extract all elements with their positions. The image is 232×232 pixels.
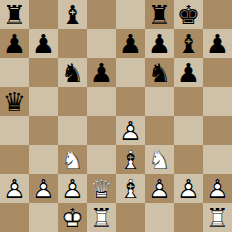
white-knight-outline: ♘	[58, 145, 87, 174]
black-knight[interactable]: ♞	[145, 58, 174, 87]
square-b8[interactable]	[29, 0, 58, 29]
black-knight-glyph: ♞	[58, 58, 87, 87]
black-pawn[interactable]: ♟	[29, 29, 58, 58]
white-pawn[interactable]: ♟♙	[116, 116, 145, 145]
square-f5[interactable]	[145, 87, 174, 116]
square-g8[interactable]: ♚	[174, 0, 203, 29]
square-g1[interactable]	[174, 203, 203, 232]
square-f2[interactable]: ♟♙	[145, 174, 174, 203]
square-g3[interactable]	[174, 145, 203, 174]
square-f4[interactable]	[145, 116, 174, 145]
black-bishop-glyph: ♝	[174, 29, 203, 58]
square-c5[interactable]	[58, 87, 87, 116]
square-c1[interactable]: ♚♔	[58, 203, 87, 232]
square-b3[interactable]	[29, 145, 58, 174]
square-c2[interactable]: ♟♙	[58, 174, 87, 203]
square-f1[interactable]	[145, 203, 174, 232]
square-a2[interactable]: ♟♙	[0, 174, 29, 203]
square-b4[interactable]	[29, 116, 58, 145]
chess-board: ♜♝♜♚♟♟♟♟♝♟♞♟♞♟♛♟♙♞♘♝♗♞♘♟♙♟♙♟♙♛♕♝♗♟♙♟♙♟♙♚…	[0, 0, 232, 232]
square-f7[interactable]: ♟	[145, 29, 174, 58]
square-d8[interactable]	[87, 0, 116, 29]
square-g5[interactable]	[174, 87, 203, 116]
square-d1[interactable]: ♜♖	[87, 203, 116, 232]
white-pawn-outline: ♙	[116, 116, 145, 145]
square-f8[interactable]: ♜	[145, 0, 174, 29]
square-g7[interactable]: ♝	[174, 29, 203, 58]
black-queen[interactable]: ♛	[0, 87, 29, 116]
white-king-outline: ♔	[58, 203, 87, 232]
black-pawn[interactable]: ♟	[145, 29, 174, 58]
white-knight-outline: ♘	[145, 145, 174, 174]
white-pawn[interactable]: ♟♙	[0, 174, 29, 203]
square-e8[interactable]	[116, 0, 145, 29]
white-king[interactable]: ♚♔	[58, 203, 87, 232]
black-pawn-glyph: ♟	[174, 58, 203, 87]
black-rook[interactable]: ♜	[0, 0, 29, 29]
white-bishop-outline: ♗	[116, 145, 145, 174]
black-pawn-glyph: ♟	[29, 29, 58, 58]
square-a7[interactable]: ♟	[0, 29, 29, 58]
square-e4[interactable]: ♟♙	[116, 116, 145, 145]
white-rook-outline: ♖	[203, 203, 232, 232]
square-c3[interactable]: ♞♘	[58, 145, 87, 174]
white-pawn[interactable]: ♟♙	[29, 174, 58, 203]
black-rook-glyph: ♜	[145, 0, 174, 29]
square-g2[interactable]: ♟♙	[174, 174, 203, 203]
square-h3[interactable]	[203, 145, 232, 174]
square-e7[interactable]: ♟	[116, 29, 145, 58]
white-pawn-outline: ♙	[174, 174, 203, 203]
square-h7[interactable]: ♟	[203, 29, 232, 58]
square-c4[interactable]	[58, 116, 87, 145]
white-pawn-outline: ♙	[145, 174, 174, 203]
white-pawn-outline: ♙	[58, 174, 87, 203]
black-queen-glyph: ♛	[0, 87, 29, 116]
square-e5[interactable]	[116, 87, 145, 116]
square-b2[interactable]: ♟♙	[29, 174, 58, 203]
square-b5[interactable]	[29, 87, 58, 116]
square-d2[interactable]: ♛♕	[87, 174, 116, 203]
black-pawn[interactable]: ♟	[116, 29, 145, 58]
white-queen[interactable]: ♛♕	[87, 174, 116, 203]
square-d6[interactable]: ♟	[87, 58, 116, 87]
white-knight[interactable]: ♞♘	[58, 145, 87, 174]
square-h2[interactable]: ♟♙	[203, 174, 232, 203]
white-pawn-outline: ♙	[0, 174, 29, 203]
square-a8[interactable]: ♜	[0, 0, 29, 29]
square-c6[interactable]: ♞	[58, 58, 87, 87]
black-king[interactable]: ♚	[174, 0, 203, 29]
square-b6[interactable]	[29, 58, 58, 87]
square-h4[interactable]	[203, 116, 232, 145]
square-a1[interactable]	[0, 203, 29, 232]
white-rook[interactable]: ♜♖	[87, 203, 116, 232]
square-g4[interactable]	[174, 116, 203, 145]
square-b1[interactable]	[29, 203, 58, 232]
black-bishop[interactable]: ♝	[174, 29, 203, 58]
square-a5[interactable]: ♛	[0, 87, 29, 116]
square-a4[interactable]	[0, 116, 29, 145]
black-pawn-glyph: ♟	[203, 29, 232, 58]
white-pawn[interactable]: ♟♙	[203, 174, 232, 203]
square-e6[interactable]	[116, 58, 145, 87]
white-bishop[interactable]: ♝♗	[116, 174, 145, 203]
square-h8[interactable]	[203, 0, 232, 29]
black-pawn-glyph: ♟	[145, 29, 174, 58]
square-d4[interactable]	[87, 116, 116, 145]
black-knight[interactable]: ♞	[58, 58, 87, 87]
square-c8[interactable]: ♝	[58, 0, 87, 29]
white-bishop-outline: ♗	[116, 174, 145, 203]
square-d5[interactable]	[87, 87, 116, 116]
black-pawn[interactable]: ♟	[87, 58, 116, 87]
black-pawn[interactable]: ♟	[0, 29, 29, 58]
black-pawn-glyph: ♟	[0, 29, 29, 58]
square-e3[interactable]: ♝♗	[116, 145, 145, 174]
white-pawn-outline: ♙	[29, 174, 58, 203]
square-f6[interactable]: ♞	[145, 58, 174, 87]
black-king-glyph: ♚	[174, 0, 203, 29]
black-pawn[interactable]: ♟	[174, 58, 203, 87]
square-h1[interactable]: ♜♖	[203, 203, 232, 232]
square-d7[interactable]	[87, 29, 116, 58]
square-f3[interactable]: ♞♘	[145, 145, 174, 174]
white-pawn[interactable]: ♟♙	[58, 174, 87, 203]
white-knight[interactable]: ♞♘	[145, 145, 174, 174]
black-pawn-glyph: ♟	[116, 29, 145, 58]
white-rook[interactable]: ♜♖	[203, 203, 232, 232]
black-knight-glyph: ♞	[145, 58, 174, 87]
black-pawn-glyph: ♟	[87, 58, 116, 87]
square-h6[interactable]	[203, 58, 232, 87]
square-e1[interactable]	[116, 203, 145, 232]
black-bishop[interactable]: ♝	[58, 0, 87, 29]
black-rook[interactable]: ♜	[145, 0, 174, 29]
black-pawn[interactable]: ♟	[203, 29, 232, 58]
white-pawn[interactable]: ♟♙	[145, 174, 174, 203]
square-a6[interactable]	[0, 58, 29, 87]
white-queen-outline: ♕	[87, 174, 116, 203]
black-rook-glyph: ♜	[0, 0, 29, 29]
white-rook-outline: ♖	[87, 203, 116, 232]
black-bishop-glyph: ♝	[58, 0, 87, 29]
square-a3[interactable]	[0, 145, 29, 174]
square-d3[interactable]	[87, 145, 116, 174]
square-e2[interactable]: ♝♗	[116, 174, 145, 203]
square-h5[interactable]	[203, 87, 232, 116]
square-g6[interactable]: ♟	[174, 58, 203, 87]
white-pawn[interactable]: ♟♙	[174, 174, 203, 203]
square-b7[interactable]: ♟	[29, 29, 58, 58]
square-c7[interactable]	[58, 29, 87, 58]
white-pawn-outline: ♙	[203, 174, 232, 203]
white-bishop[interactable]: ♝♗	[116, 145, 145, 174]
